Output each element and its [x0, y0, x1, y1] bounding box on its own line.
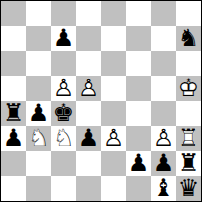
- piece-black-pawn-d3[interactable]: ♟: [76, 126, 101, 151]
- square-h1[interactable]: ♛: [176, 176, 201, 201]
- square-d6[interactable]: [76, 51, 101, 76]
- square-h8[interactable]: [176, 1, 201, 26]
- square-c8[interactable]: [51, 1, 76, 26]
- square-b3[interactable]: ♞♘: [26, 126, 51, 151]
- square-g1[interactable]: ♝: [151, 176, 176, 201]
- square-g7[interactable]: [151, 26, 176, 51]
- square-g2[interactable]: ♟: [151, 151, 176, 176]
- square-d4[interactable]: [76, 101, 101, 126]
- square-f4[interactable]: [126, 101, 151, 126]
- square-h7[interactable]: ♞: [176, 26, 201, 51]
- king-glyph-outline: ♔: [176, 76, 201, 101]
- piece-black-pawn-a3[interactable]: ♟: [1, 126, 26, 151]
- knight-glyph-outline: ♘: [26, 126, 51, 151]
- square-d8[interactable]: [76, 1, 101, 26]
- bishop-glyph: ♝: [151, 176, 176, 201]
- pawn-glyph: ♟: [51, 26, 76, 51]
- square-b5[interactable]: [26, 76, 51, 101]
- square-f7[interactable]: [126, 26, 151, 51]
- square-c1[interactable]: [51, 176, 76, 201]
- square-b4[interactable]: ♟: [26, 101, 51, 126]
- piece-black-pawn-f2[interactable]: ♟: [126, 151, 151, 176]
- square-d2[interactable]: [76, 151, 101, 176]
- square-f8[interactable]: [126, 1, 151, 26]
- square-a3[interactable]: ♟: [1, 126, 26, 151]
- square-e8[interactable]: [101, 1, 126, 26]
- piece-white-pawn-e3[interactable]: ♟♙: [101, 126, 126, 151]
- piece-white-knight-c3[interactable]: ♞♘: [51, 126, 76, 151]
- pawn-glyph: ♟: [126, 151, 151, 176]
- piece-black-knight-h7[interactable]: ♞: [176, 26, 201, 51]
- rook-glyph: ♜: [176, 151, 201, 176]
- pawn-glyph-outline: ♙: [51, 76, 76, 101]
- square-a4[interactable]: ♜: [1, 101, 26, 126]
- square-b1[interactable]: [26, 176, 51, 201]
- king-glyph: ♚: [51, 101, 76, 126]
- rook-glyph: ♜: [1, 101, 26, 126]
- square-c6[interactable]: [51, 51, 76, 76]
- piece-white-pawn-d5[interactable]: ♟♙: [76, 76, 101, 101]
- piece-black-king-c4[interactable]: ♚: [51, 101, 76, 126]
- square-g6[interactable]: [151, 51, 176, 76]
- piece-white-pawn-g3[interactable]: ♟♙: [151, 126, 176, 151]
- square-h2[interactable]: ♜: [176, 151, 201, 176]
- square-g3[interactable]: ♟♙: [151, 126, 176, 151]
- square-d1[interactable]: [76, 176, 101, 201]
- piece-black-pawn-b4[interactable]: ♟: [26, 101, 51, 126]
- square-d3[interactable]: ♟: [76, 126, 101, 151]
- square-a8[interactable]: [1, 1, 26, 26]
- square-g8[interactable]: [151, 1, 176, 26]
- square-d5[interactable]: ♟♙: [76, 76, 101, 101]
- knight-glyph: ♞: [176, 26, 201, 51]
- square-c3[interactable]: ♞♘: [51, 126, 76, 151]
- square-a1[interactable]: [1, 176, 26, 201]
- chess-board: ♟♞♟♙♟♙♚♔♜♟♚♟♞♘♞♘♟♟♙♟♙♜♖♟♟♜♝♛: [0, 0, 202, 202]
- piece-black-pawn-g2[interactable]: ♟: [151, 151, 176, 176]
- piece-black-rook-a4[interactable]: ♜: [1, 101, 26, 126]
- square-a5[interactable]: [1, 76, 26, 101]
- square-d7[interactable]: [76, 26, 101, 51]
- square-f6[interactable]: [126, 51, 151, 76]
- square-e1[interactable]: [101, 176, 126, 201]
- piece-white-knight-b3[interactable]: ♞♘: [26, 126, 51, 151]
- square-e3[interactable]: ♟♙: [101, 126, 126, 151]
- square-a6[interactable]: [1, 51, 26, 76]
- square-e6[interactable]: [101, 51, 126, 76]
- square-f1[interactable]: [126, 176, 151, 201]
- piece-black-bishop-g1[interactable]: ♝: [151, 176, 176, 201]
- square-b7[interactable]: [26, 26, 51, 51]
- square-b8[interactable]: [26, 1, 51, 26]
- square-c4[interactable]: ♚: [51, 101, 76, 126]
- square-g4[interactable]: [151, 101, 176, 126]
- piece-black-rook-h2[interactable]: ♜: [176, 151, 201, 176]
- square-f5[interactable]: [126, 76, 151, 101]
- piece-white-pawn-c5[interactable]: ♟♙: [51, 76, 76, 101]
- square-f3[interactable]: [126, 126, 151, 151]
- pawn-glyph: ♟: [151, 151, 176, 176]
- square-e5[interactable]: [101, 76, 126, 101]
- piece-white-king-h5[interactable]: ♚♔: [176, 76, 201, 101]
- pawn-glyph-outline: ♙: [76, 76, 101, 101]
- piece-white-rook-h3[interactable]: ♜♖: [176, 126, 201, 151]
- square-e4[interactable]: [101, 101, 126, 126]
- queen-glyph: ♛: [176, 176, 201, 201]
- knight-glyph-outline: ♘: [51, 126, 76, 151]
- pawn-glyph-outline: ♙: [101, 126, 126, 151]
- piece-black-queen-h1[interactable]: ♛: [176, 176, 201, 201]
- piece-black-pawn-c7[interactable]: ♟: [51, 26, 76, 51]
- square-c2[interactable]: [51, 151, 76, 176]
- square-c7[interactable]: ♟: [51, 26, 76, 51]
- square-b6[interactable]: [26, 51, 51, 76]
- square-a7[interactable]: [1, 26, 26, 51]
- square-b2[interactable]: [26, 151, 51, 176]
- pawn-glyph: ♟: [1, 126, 26, 151]
- square-h3[interactable]: ♜♖: [176, 126, 201, 151]
- square-g5[interactable]: [151, 76, 176, 101]
- square-h4[interactable]: [176, 101, 201, 126]
- rook-glyph-outline: ♖: [176, 126, 201, 151]
- square-e2[interactable]: [101, 151, 126, 176]
- square-h5[interactable]: ♚♔: [176, 76, 201, 101]
- square-a2[interactable]: [1, 151, 26, 176]
- square-h6[interactable]: [176, 51, 201, 76]
- square-f2[interactable]: ♟: [126, 151, 151, 176]
- pawn-glyph: ♟: [26, 101, 51, 126]
- square-e7[interactable]: [101, 26, 126, 51]
- pawn-glyph-outline: ♙: [151, 126, 176, 151]
- pawn-glyph: ♟: [76, 126, 101, 151]
- square-c5[interactable]: ♟♙: [51, 76, 76, 101]
